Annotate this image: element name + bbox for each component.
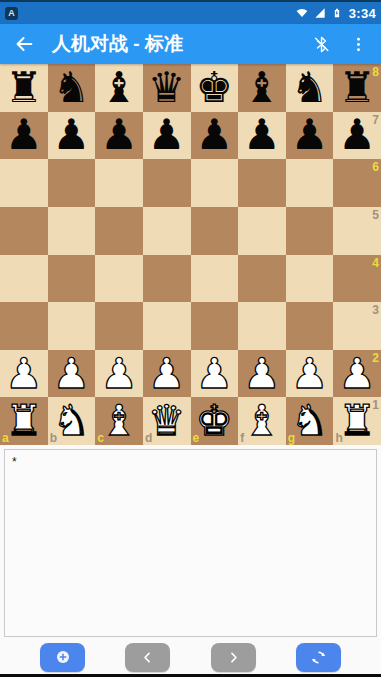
square-d5[interactable]: [143, 207, 191, 255]
white-pawn: ♟: [291, 353, 329, 395]
square-f5[interactable]: [238, 207, 286, 255]
square-h1[interactable]: ♜1h: [333, 397, 381, 445]
prev-move-button[interactable]: [125, 643, 170, 672]
square-h4[interactable]: 4: [333, 255, 381, 303]
white-rook: ♜: [338, 400, 376, 442]
battery-icon: [331, 6, 343, 20]
square-c8[interactable]: ♝: [95, 64, 143, 112]
square-h7[interactable]: ♟7: [333, 112, 381, 160]
square-d4[interactable]: [143, 255, 191, 303]
black-pawn: ♟: [5, 114, 43, 156]
rank-label-7: 7: [372, 114, 379, 126]
square-a5[interactable]: [0, 207, 48, 255]
sync-rotate-button[interactable]: [296, 643, 341, 672]
white-pawn: ♟: [148, 353, 186, 395]
next-move-button[interactable]: [211, 643, 256, 672]
black-knight: ♞: [291, 67, 329, 109]
file-label-c: c: [97, 432, 104, 444]
black-pawn: ♟: [338, 114, 376, 156]
chevron-left-icon: [140, 650, 155, 665]
square-b6[interactable]: [48, 159, 96, 207]
file-label-b: b: [50, 432, 57, 444]
square-e7[interactable]: ♟: [191, 112, 239, 160]
chevron-right-icon: [226, 650, 241, 665]
square-f3[interactable]: [238, 302, 286, 350]
black-bishop: ♝: [243, 67, 281, 109]
black-pawn: ♟: [148, 114, 186, 156]
wifi-icon: [295, 6, 309, 20]
square-f4[interactable]: [238, 255, 286, 303]
black-rook: ♜: [5, 67, 43, 109]
rank-label-6: 6: [372, 161, 379, 173]
square-d7[interactable]: ♟: [143, 112, 191, 160]
move-list-panel[interactable]: *: [4, 449, 377, 637]
black-knight: ♞: [53, 67, 91, 109]
white-knight: ♞: [53, 400, 91, 442]
overflow-menu-icon[interactable]: [340, 35, 368, 54]
square-e4[interactable]: [191, 255, 239, 303]
square-e6[interactable]: [191, 159, 239, 207]
square-c4[interactable]: [95, 255, 143, 303]
cellular-signal-icon: [313, 6, 327, 20]
white-pawn: ♟: [338, 353, 376, 395]
file-label-h: h: [335, 432, 342, 444]
square-c3[interactable]: [95, 302, 143, 350]
square-e5[interactable]: [191, 207, 239, 255]
square-g7[interactable]: ♟: [286, 112, 334, 160]
file-label-g: g: [288, 432, 295, 444]
square-a8[interactable]: ♜: [0, 64, 48, 112]
square-c7[interactable]: ♟: [95, 112, 143, 160]
rank-label-5: 5: [372, 209, 379, 221]
black-queen: ♛: [148, 67, 186, 109]
square-b5[interactable]: [48, 207, 96, 255]
square-d1[interactable]: ♛d: [143, 397, 191, 445]
square-d8[interactable]: ♛: [143, 64, 191, 112]
square-b1[interactable]: ♞b: [48, 397, 96, 445]
square-d2[interactable]: ♟: [143, 350, 191, 398]
square-f8[interactable]: ♝: [238, 64, 286, 112]
square-a7[interactable]: ♟: [0, 112, 48, 160]
black-king: ♚: [195, 67, 233, 109]
black-bishop: ♝: [100, 67, 138, 109]
square-d6[interactable]: [143, 159, 191, 207]
black-pawn: ♟: [291, 114, 329, 156]
black-pawn: ♟: [243, 114, 281, 156]
pgn-result-marker: *: [12, 455, 17, 469]
square-a4[interactable]: [0, 255, 48, 303]
square-g1[interactable]: ♞g: [286, 397, 334, 445]
square-c6[interactable]: [95, 159, 143, 207]
square-f2[interactable]: ♟: [238, 350, 286, 398]
new-game-button[interactable]: [40, 643, 85, 672]
square-c2[interactable]: ♟: [95, 350, 143, 398]
back-arrow-icon[interactable]: [13, 33, 35, 55]
square-h5[interactable]: 5: [333, 207, 381, 255]
square-g6[interactable]: [286, 159, 334, 207]
file-label-f: f: [240, 432, 244, 444]
black-pawn: ♟: [195, 114, 233, 156]
white-knight: ♞: [291, 400, 329, 442]
rank-label-2: 2: [372, 352, 379, 364]
chess-app-screen: A 3:34 人机对战 - 标准: [0, 0, 381, 677]
white-pawn: ♟: [100, 353, 138, 395]
black-pawn: ♟: [53, 114, 91, 156]
white-queen: ♛: [148, 400, 186, 442]
square-f7[interactable]: ♟: [238, 112, 286, 160]
square-e2[interactable]: ♟: [191, 350, 239, 398]
square-c1[interactable]: ♝c: [95, 397, 143, 445]
black-rook: ♜: [338, 67, 376, 109]
white-bishop: ♝: [243, 400, 281, 442]
square-h8[interactable]: ♜8: [333, 64, 381, 112]
square-a6[interactable]: [0, 159, 48, 207]
rank-label-3: 3: [372, 304, 379, 316]
white-king: ♚: [195, 400, 233, 442]
square-h3[interactable]: 3: [333, 302, 381, 350]
sync-icon: [310, 649, 327, 666]
plus-circle-icon: [54, 648, 72, 666]
square-d3[interactable]: [143, 302, 191, 350]
file-label-d: d: [145, 432, 152, 444]
square-h6[interactable]: 6: [333, 159, 381, 207]
bluetooth-disabled-icon[interactable]: [303, 35, 340, 54]
notification-icon: A: [5, 7, 18, 20]
square-b8[interactable]: ♞: [48, 64, 96, 112]
square-b4[interactable]: [48, 255, 96, 303]
square-g3[interactable]: [286, 302, 334, 350]
square-e3[interactable]: [191, 302, 239, 350]
controls-bar: [0, 637, 381, 674]
white-pawn: ♟: [53, 353, 91, 395]
square-g8[interactable]: ♞: [286, 64, 334, 112]
square-c5[interactable]: [95, 207, 143, 255]
square-e8[interactable]: ♚: [191, 64, 239, 112]
white-pawn: ♟: [243, 353, 281, 395]
black-pawn: ♟: [100, 114, 138, 156]
page-title: 人机对战 - 标准: [52, 31, 303, 57]
square-b2[interactable]: ♟: [48, 350, 96, 398]
square-g4[interactable]: [286, 255, 334, 303]
white-bishop: ♝: [100, 400, 138, 442]
file-label-e: e: [193, 432, 200, 444]
app-bar: 人机对战 - 标准: [0, 24, 381, 64]
square-f1[interactable]: ♝f: [238, 397, 286, 445]
square-g5[interactable]: [286, 207, 334, 255]
chess-board: ♜♞♝♛♚♝♞♜8♟♟♟♟♟♟♟♟76543♟♟♟♟♟♟♟♟2♜a♞b♝c♛d♚…: [0, 64, 381, 445]
file-label-a: a: [2, 432, 9, 444]
square-f6[interactable]: [238, 159, 286, 207]
rank-label-8: 8: [372, 66, 379, 78]
square-h2[interactable]: ♟2: [333, 350, 381, 398]
square-a3[interactable]: [0, 302, 48, 350]
white-pawn: ♟: [5, 353, 43, 395]
square-b3[interactable]: [48, 302, 96, 350]
white-pawn: ♟: [195, 353, 233, 395]
square-a1[interactable]: ♜a: [0, 397, 48, 445]
rank-label-1: 1: [372, 399, 379, 411]
clock-time: 3:34: [349, 6, 376, 21]
square-a2[interactable]: ♟: [0, 350, 48, 398]
square-e1[interactable]: ♚e: [191, 397, 239, 445]
square-b7[interactable]: ♟: [48, 112, 96, 160]
rank-label-4: 4: [372, 257, 379, 269]
square-g2[interactable]: ♟: [286, 350, 334, 398]
white-rook: ♜: [5, 400, 43, 442]
status-bar: A 3:34: [0, 0, 381, 24]
